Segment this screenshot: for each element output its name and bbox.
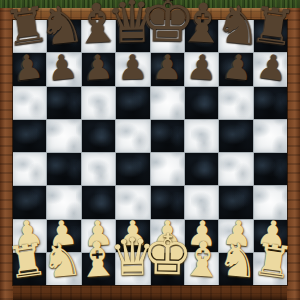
square-b5[interactable]: [47, 120, 80, 152]
square-a4[interactable]: [13, 153, 46, 185]
square-g4[interactable]: [219, 153, 252, 185]
square-h5[interactable]: [254, 120, 287, 152]
square-g5[interactable]: [219, 120, 252, 152]
chess-app-screen: ♜♞♝♛♚♝♞♜♟♟♟♟♟♟♟♟♟♟♟♟♟♟♟♟♜♞♝♛♚♝♞♜: [0, 0, 300, 300]
square-d5[interactable]: [116, 120, 149, 152]
piece-black-pawn-e7[interactable]: ♟: [152, 50, 183, 85]
piece-black-pawn-d7[interactable]: ♟: [117, 50, 148, 85]
square-e5[interactable]: [151, 120, 184, 152]
piece-black-pawn-a7[interactable]: ♟: [10, 49, 45, 87]
square-c5[interactable]: [82, 120, 115, 152]
piece-black-pawn-b7[interactable]: ♟: [46, 49, 80, 86]
square-f5[interactable]: [185, 120, 218, 152]
square-d6[interactable]: [116, 87, 149, 119]
square-a6[interactable]: [13, 87, 46, 119]
piece-white-rook-h1[interactable]: ♜: [250, 237, 295, 286]
square-d4[interactable]: [116, 153, 149, 185]
square-e4[interactable]: [151, 153, 184, 185]
piece-black-pawn-g7[interactable]: ♟: [220, 49, 254, 86]
square-c6[interactable]: [82, 87, 115, 119]
piece-black-pawn-c7[interactable]: ♟: [81, 49, 113, 85]
square-c4[interactable]: [82, 153, 115, 185]
square-h4[interactable]: [254, 153, 287, 185]
square-a5[interactable]: [13, 120, 46, 152]
square-b6[interactable]: [47, 87, 80, 119]
square-g6[interactable]: [219, 87, 252, 119]
piece-black-pawn-h7[interactable]: ♟: [255, 49, 290, 87]
square-f6[interactable]: [185, 87, 218, 119]
piece-black-pawn-f7[interactable]: ♟: [186, 49, 218, 85]
square-f4[interactable]: [185, 153, 218, 185]
square-e6[interactable]: [151, 87, 184, 119]
square-b4[interactable]: [47, 153, 80, 185]
square-h6[interactable]: [254, 87, 287, 119]
piece-black-rook-h8[interactable]: ♜: [248, 0, 298, 54]
